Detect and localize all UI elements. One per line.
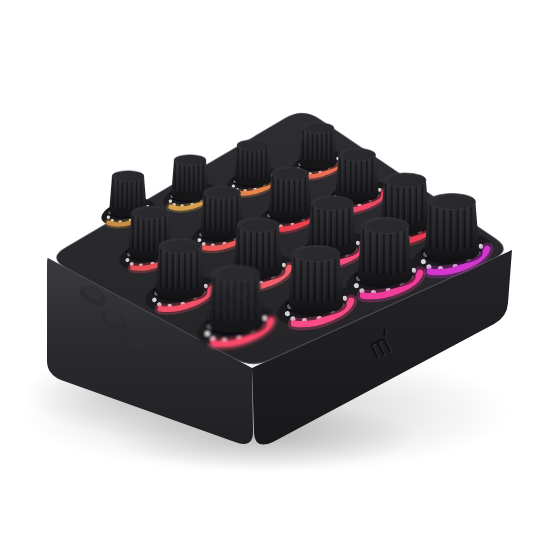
- midi-controller-illustration: [0, 0, 560, 560]
- product-photo: [0, 0, 560, 560]
